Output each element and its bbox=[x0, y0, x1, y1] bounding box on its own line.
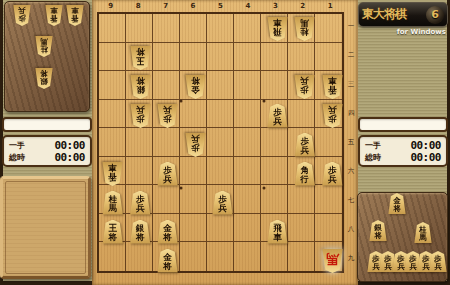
sente-total-time-value: 00:00 bbox=[410, 151, 441, 164]
square-8-9[interactable] bbox=[126, 242, 153, 271]
square-2-7[interactable] bbox=[288, 185, 315, 214]
square-7-5[interactable] bbox=[153, 128, 180, 157]
square-4-6[interactable] bbox=[234, 157, 261, 186]
square-4-2[interactable] bbox=[234, 43, 261, 72]
gote-captured-pieces-tray[interactable]: 歩兵香車香車桂馬銀将 bbox=[4, 1, 90, 112]
square-8-6[interactable] bbox=[126, 157, 153, 186]
piece-金将-79[interactable]: 金将 bbox=[157, 249, 178, 273]
app-logo: 東大将棋 6 bbox=[358, 2, 448, 27]
sente-total-time-label: 総時 bbox=[365, 152, 381, 163]
gote-move-time-label: 一手 bbox=[9, 140, 25, 151]
hand-piece-銀将[interactable]: 銀将 bbox=[35, 68, 53, 89]
rank-label-8: 八 bbox=[345, 215, 357, 244]
piece-香車-13[interactable]: 香車 bbox=[322, 75, 343, 99]
shogi-board-grid[interactable]: 飛車桂馬玉将銀将金将歩兵香車歩兵歩兵歩兵歩兵歩兵歩兵香車歩兵角行歩兵桂馬歩兵歩兵… bbox=[97, 12, 344, 273]
shogi-app-window: 987654321 一二三四五六七八九 飛車桂馬玉将銀将金将歩兵香車歩兵歩兵歩兵… bbox=[0, 0, 450, 285]
piece-飛車-38[interactable]: 飛車 bbox=[267, 220, 288, 244]
app-logo-version-ball: 6 bbox=[426, 6, 444, 24]
sente-time-display: 一手 00:00 総時 00:00 bbox=[358, 135, 448, 167]
square-6-8[interactable] bbox=[180, 214, 207, 243]
square-7-2[interactable] bbox=[153, 43, 180, 72]
square-7-3[interactable] bbox=[153, 71, 180, 100]
file-label-3: 3 bbox=[262, 1, 289, 11]
hand-piece-香車[interactable]: 香車 bbox=[66, 5, 84, 26]
square-4-4[interactable] bbox=[234, 100, 261, 129]
hand-piece-香車[interactable]: 香車 bbox=[45, 5, 63, 26]
hoshi-dot bbox=[262, 100, 265, 103]
square-6-7[interactable] bbox=[180, 185, 207, 214]
rank-label-5: 五 bbox=[345, 128, 357, 157]
square-1-1[interactable] bbox=[315, 14, 342, 43]
file-label-1: 1 bbox=[317, 1, 344, 11]
piece-金将-78[interactable]: 金将 bbox=[157, 220, 178, 244]
square-8-1[interactable] bbox=[126, 14, 153, 43]
sente-captured-pieces-tray[interactable]: 金将銀将桂馬歩兵歩兵歩兵歩兵歩兵歩兵 bbox=[357, 192, 448, 282]
square-4-3[interactable] bbox=[234, 71, 261, 100]
piece-銀将-88[interactable]: 銀将 bbox=[130, 220, 151, 244]
square-5-8[interactable] bbox=[207, 214, 234, 243]
file-label-4: 4 bbox=[234, 1, 261, 11]
bottom-left-trim bbox=[0, 281, 92, 285]
square-5-3[interactable] bbox=[207, 71, 234, 100]
square-3-7[interactable] bbox=[261, 185, 288, 214]
piece-歩兵-84[interactable]: 歩兵 bbox=[130, 104, 151, 128]
square-4-9[interactable] bbox=[234, 242, 261, 271]
file-label-7: 7 bbox=[152, 1, 179, 11]
piece-銀将-83[interactable]: 銀将 bbox=[130, 75, 151, 99]
hand-piece-歩兵[interactable]: 歩兵 bbox=[429, 251, 447, 272]
square-6-6[interactable] bbox=[180, 157, 207, 186]
sente-move-time-label: 一手 bbox=[365, 140, 381, 151]
hand-piece-桂馬[interactable]: 桂馬 bbox=[35, 36, 53, 57]
square-1-5[interactable] bbox=[315, 128, 342, 157]
piece-歩兵-65[interactable]: 歩兵 bbox=[185, 133, 206, 157]
square-9-3[interactable] bbox=[99, 71, 126, 100]
square-2-2[interactable] bbox=[288, 43, 315, 72]
square-6-4[interactable] bbox=[180, 100, 207, 129]
square-6-9[interactable] bbox=[180, 242, 207, 271]
hoshi-dot bbox=[180, 187, 183, 190]
hoshi-dot bbox=[180, 100, 183, 103]
square-1-8[interactable] bbox=[315, 214, 342, 243]
hand-piece-銀将[interactable]: 銀将 bbox=[369, 220, 387, 241]
file-label-5: 5 bbox=[207, 1, 234, 11]
piece-歩兵-57[interactable]: 歩兵 bbox=[212, 191, 233, 215]
piece-馬-19[interactable]: 馬 bbox=[322, 249, 343, 273]
rank-label-7: 七 bbox=[345, 186, 357, 215]
piece-歩兵-23[interactable]: 歩兵 bbox=[294, 75, 315, 99]
file-label-9: 9 bbox=[97, 1, 124, 11]
square-9-2[interactable] bbox=[99, 43, 126, 72]
square-9-5[interactable] bbox=[99, 128, 126, 157]
piece-桂馬-21[interactable]: 桂馬 bbox=[294, 17, 315, 41]
rank-label-3: 三 bbox=[345, 70, 357, 99]
gote-time-display: 一手 00:00 総時 00:00 bbox=[2, 135, 92, 167]
piece-歩兵-14[interactable]: 歩兵 bbox=[322, 104, 343, 128]
piece-歩兵-87[interactable]: 歩兵 bbox=[130, 191, 151, 215]
square-2-9[interactable] bbox=[288, 242, 315, 271]
piece-香車-96[interactable]: 香車 bbox=[102, 162, 123, 186]
square-4-7[interactable] bbox=[234, 185, 261, 214]
square-3-6[interactable] bbox=[261, 157, 288, 186]
square-7-7[interactable] bbox=[153, 185, 180, 214]
file-label-6: 6 bbox=[179, 1, 206, 11]
square-1-2[interactable] bbox=[315, 43, 342, 72]
square-4-1[interactable] bbox=[234, 14, 261, 43]
gote-player-name-bar[interactable] bbox=[2, 117, 92, 132]
square-5-4[interactable] bbox=[207, 100, 234, 129]
gote-total-time-value: 00:00 bbox=[54, 151, 85, 164]
app-logo-title: 東大将棋 bbox=[362, 6, 406, 23]
gote-total-time-label: 総時 bbox=[9, 152, 25, 163]
square-5-1[interactable] bbox=[207, 14, 234, 43]
square-2-4[interactable] bbox=[288, 100, 315, 129]
rank-label-1: 一 bbox=[345, 12, 357, 41]
piece-歩兵-16[interactable]: 歩兵 bbox=[322, 162, 343, 186]
square-6-1[interactable] bbox=[180, 14, 207, 43]
piece-歩兵-76[interactable]: 歩兵 bbox=[157, 162, 178, 186]
hand-piece-桂馬[interactable]: 桂馬 bbox=[414, 222, 432, 243]
gote-clock-panel: 一手 00:00 総時 00:00 bbox=[2, 117, 92, 167]
piece-box-interior bbox=[5, 181, 86, 274]
hand-piece-金将[interactable]: 金将 bbox=[388, 193, 406, 214]
rank-coordinate-labels: 一二三四五六七八九 bbox=[345, 12, 357, 273]
piece-玉将-82[interactable]: 玉将 bbox=[130, 46, 151, 70]
square-9-4[interactable] bbox=[99, 100, 126, 129]
square-5-9[interactable] bbox=[207, 242, 234, 271]
square-8-5[interactable] bbox=[126, 128, 153, 157]
piece-歩兵-25[interactable]: 歩兵 bbox=[294, 133, 315, 157]
square-3-9[interactable] bbox=[261, 242, 288, 271]
piece-金将-63[interactable]: 金将 bbox=[185, 75, 206, 99]
rank-label-4: 四 bbox=[345, 99, 357, 128]
piece-桂馬-97[interactable]: 桂馬 bbox=[102, 191, 123, 215]
sente-clock-panel: 一手 00:00 総時 00:00 bbox=[358, 117, 448, 167]
square-2-8[interactable] bbox=[288, 214, 315, 243]
piece-王将-98[interactable]: 王将 bbox=[102, 220, 123, 244]
sente-player-name-bar[interactable] bbox=[358, 117, 448, 132]
rank-label-6: 六 bbox=[345, 157, 357, 186]
piece-歩兵-74[interactable]: 歩兵 bbox=[157, 104, 178, 128]
square-3-3[interactable] bbox=[261, 71, 288, 100]
square-3-5[interactable] bbox=[261, 128, 288, 157]
square-4-8[interactable] bbox=[234, 214, 261, 243]
rank-label-2: 二 bbox=[345, 41, 357, 70]
piece-歩兵-34[interactable]: 歩兵 bbox=[267, 104, 288, 128]
square-9-9[interactable] bbox=[99, 242, 126, 271]
square-7-1[interactable] bbox=[153, 14, 180, 43]
square-6-2[interactable] bbox=[180, 43, 207, 72]
square-4-5[interactable] bbox=[234, 128, 261, 157]
square-1-7[interactable] bbox=[315, 185, 342, 214]
hand-piece-歩兵[interactable]: 歩兵 bbox=[13, 5, 31, 26]
file-label-2: 2 bbox=[289, 1, 316, 11]
file-label-8: 8 bbox=[124, 1, 151, 11]
file-coordinate-labels: 987654321 bbox=[97, 1, 344, 11]
app-logo-subtitle: for Windows bbox=[368, 28, 446, 36]
empty-piece-box[interactable] bbox=[0, 176, 91, 279]
square-5-6[interactable] bbox=[207, 157, 234, 186]
piece-飛車-31[interactable]: 飛車 bbox=[267, 17, 288, 41]
piece-角行-26[interactable]: 角行 bbox=[294, 162, 315, 186]
square-5-2[interactable] bbox=[207, 43, 234, 72]
square-5-5[interactable] bbox=[207, 128, 234, 157]
square-3-2[interactable] bbox=[261, 43, 288, 72]
rank-label-9: 九 bbox=[345, 244, 357, 273]
square-9-1[interactable] bbox=[99, 14, 126, 43]
hoshi-dot bbox=[262, 187, 265, 190]
